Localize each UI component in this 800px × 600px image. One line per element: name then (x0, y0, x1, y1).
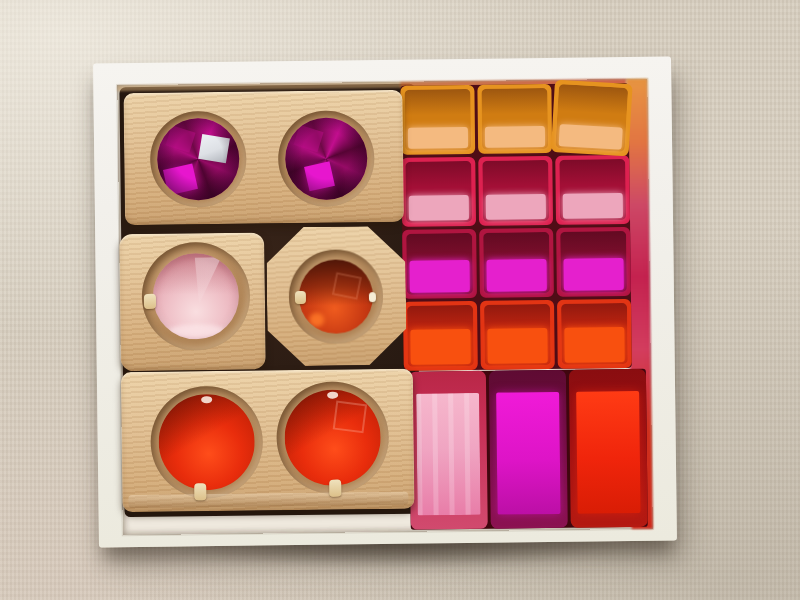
gem-socket (276, 381, 389, 494)
lucite-cube-crimson (555, 155, 630, 225)
gem-socket (150, 111, 247, 208)
gem-silver-facet (198, 134, 229, 163)
purple-gem-right (285, 117, 368, 200)
lucite-cube-magenta (402, 229, 477, 299)
lucite-cube-red (480, 300, 555, 370)
lucite-cube-orange (551, 80, 633, 157)
wood-peg (144, 294, 156, 309)
gem-socket (278, 110, 375, 207)
lucite-cube-red (403, 301, 478, 371)
lucite-cube-grid (400, 83, 631, 371)
gem-socket (141, 242, 250, 351)
lucite-cube-red (557, 299, 632, 369)
gem-magenta-facet (163, 163, 198, 195)
box-interior (117, 79, 652, 535)
lucite-cube-orange (400, 85, 475, 155)
lucite-prism-red (569, 369, 648, 528)
gem-ghost-facet (332, 401, 366, 434)
lucite-cube-crimson (401, 157, 476, 227)
wood-block-two-purple-gems (123, 90, 404, 225)
red-gem-right (284, 389, 381, 486)
wood-block-pink-lens (119, 232, 266, 371)
red-gem-left (158, 394, 255, 491)
lucite-cube-magenta (479, 228, 554, 298)
purple-gem-left (157, 118, 240, 201)
wood-peg (295, 291, 306, 304)
wood-block-octagon-orange-lens (266, 226, 407, 367)
lucite-cube-crimson (478, 156, 553, 226)
lucite-cube-orange (477, 84, 552, 154)
pink-lens-gem (152, 253, 239, 340)
gem-magenta-facet (304, 161, 335, 191)
wood-block-two-red-gems (121, 369, 415, 513)
orange-lens-gem (298, 259, 373, 334)
wood-peg (194, 483, 206, 500)
lucite-prism-row (409, 369, 648, 530)
lucite-prism-pink (409, 371, 488, 530)
lucite-prism-magenta (489, 370, 568, 529)
storage-box (93, 56, 677, 547)
gem-socket (150, 386, 263, 499)
lucite-cube-magenta (556, 227, 631, 297)
wood-peg (369, 292, 376, 302)
wood-peg (329, 480, 341, 497)
